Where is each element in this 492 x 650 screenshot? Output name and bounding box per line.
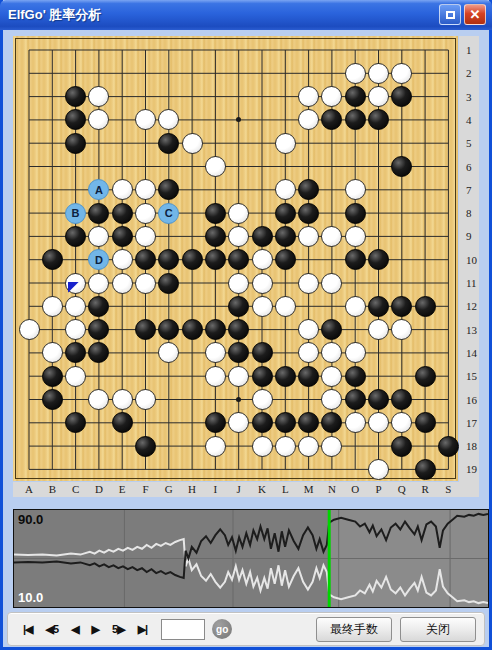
black-stone-C9 [65,226,86,247]
white-stone-K18 [252,436,273,457]
column-label-I: I [214,483,218,495]
white-stone-F9 [135,226,156,247]
black-stone-F13 [135,319,156,340]
white-stone-D11 [88,273,109,294]
black-stone-R15 [415,366,436,387]
black-stone-E17 [112,412,133,433]
white-stone-N15 [321,366,342,387]
black-stone-O8 [345,203,366,224]
black-stone-M15 [298,366,319,387]
column-labels-strip: ABCDEFGHIJKLMNOPQRS [13,482,479,497]
white-stone-M18 [298,436,319,457]
row-labels-strip: 12345678910111213141516171819 [459,36,479,497]
black-stone-E8 [112,203,133,224]
row-label-12: 12 [466,300,477,312]
row-label-5: 5 [466,137,472,149]
black-stone-K9 [252,226,273,247]
black-stone-B10 [42,249,63,270]
white-stone-E11 [112,273,133,294]
black-stone-D8 [88,203,109,224]
candidate-marker-B[interactable]: B [65,203,86,224]
go-button-label: go [216,624,228,635]
maximize-icon [446,11,455,19]
white-stone-F8 [135,203,156,224]
close-dialog-label: 关闭 [426,621,450,638]
white-stone-M9 [298,226,319,247]
white-stone-L18 [275,436,296,457]
column-label-H: H [188,483,196,495]
black-stone-F18 [135,436,156,457]
row-label-18: 18 [466,440,477,452]
white-stone-J8 [228,203,249,224]
row-label-10: 10 [466,254,477,266]
black-stone-L15 [275,366,296,387]
titlebar[interactable]: ElfGo' 胜率分析 ✕ [0,0,492,30]
window-title: ElfGo' 胜率分析 [0,6,101,24]
black-stone-O16 [345,389,366,410]
white-stone-O14 [345,342,366,363]
column-label-Q: Q [398,483,406,495]
white-stone-K16 [252,389,273,410]
white-stone-A13 [19,319,40,340]
black-stone-O10 [345,249,366,270]
white-stone-Q2 [391,63,412,84]
white-stone-B12 [42,296,63,317]
white-stone-L5 [275,133,296,154]
graph-low-label: 10.0 [18,590,43,605]
white-stone-O12 [345,296,366,317]
row-label-14: 14 [466,347,477,359]
row-label-17: 17 [466,417,477,429]
last-move-button[interactable]: ▶| [138,623,148,636]
white-stone-I6 [205,156,226,177]
white-stone-P13 [368,319,389,340]
go-button[interactable]: go [212,619,232,639]
white-stone-L12 [275,296,296,317]
go-board[interactable]: ABCD [13,36,458,481]
white-stone-P3 [368,86,389,107]
column-label-P: P [375,483,381,495]
black-stone-B15 [42,366,63,387]
row-label-7: 7 [466,184,472,196]
navigation-toolbar: |◀◀5◀▶5▶▶| go 最终手数 关闭 [7,612,485,646]
column-label-S: S [445,483,451,495]
white-stone-F16 [135,389,156,410]
close-button[interactable]: ✕ [464,4,486,25]
white-stone-C12 [65,296,86,317]
candidate-marker-C[interactable]: C [158,203,179,224]
white-stone-K10 [252,249,273,270]
white-stone-N18 [321,436,342,457]
column-label-F: F [142,483,148,495]
winrate-analysis-window: ElfGo' 胜率分析 ✕ ABCD ABCDEFGHIJKLMNOPQRS 1… [0,0,492,650]
black-stone-M8 [298,203,319,224]
white-stone-J15 [228,366,249,387]
maximize-button[interactable] [439,4,461,25]
back-1-button[interactable]: ◀ [71,623,78,636]
black-stone-B16 [42,389,63,410]
black-stone-K17 [252,412,273,433]
row-label-1: 1 [466,44,472,56]
black-stone-H13 [182,319,203,340]
graph-high-label: 90.0 [18,512,43,527]
white-stone-F11 [135,273,156,294]
move-number-input[interactable] [161,619,205,640]
white-stone-P19 [368,459,389,480]
white-stone-E7 [112,179,133,200]
white-stone-C15 [65,366,86,387]
black-stone-L8 [275,203,296,224]
black-stone-K14 [252,342,273,363]
column-label-M: M [304,483,314,495]
forward-5-button[interactable]: 5▶ [112,623,125,636]
black-stone-I13 [205,319,226,340]
row-label-9: 9 [466,230,472,242]
row-label-3: 3 [466,91,472,103]
black-stone-G5 [158,133,179,154]
column-label-E: E [119,483,126,495]
black-stone-H10 [182,249,203,270]
row-label-19: 19 [466,463,477,475]
row-label-6: 6 [466,161,472,173]
row-label-13: 13 [466,324,477,336]
row-label-11: 11 [466,277,477,289]
white-stone-I18 [205,436,226,457]
row-label-15: 15 [466,370,477,382]
close-icon: ✕ [470,7,481,22]
white-stone-O17 [345,412,366,433]
row-label-16: 16 [466,394,477,406]
black-stone-O15 [345,366,366,387]
white-stone-O9 [345,226,366,247]
white-stone-P2 [368,63,389,84]
black-stone-Q12 [391,296,412,317]
black-stone-I10 [205,249,226,270]
column-label-C: C [72,483,79,495]
column-label-G: G [165,483,173,495]
white-stone-N11 [321,273,342,294]
close-dialog-button[interactable]: 关闭 [400,617,476,642]
black-stone-L9 [275,226,296,247]
black-stone-I8 [205,203,226,224]
white-stone-J11 [228,273,249,294]
black-stone-L10 [275,249,296,270]
column-label-N: N [328,483,336,495]
forward-1-button[interactable]: ▶ [92,623,99,636]
column-label-B: B [49,483,56,495]
black-stone-R17 [415,412,436,433]
white-stone-K12 [252,296,273,317]
row-label-8: 8 [466,207,472,219]
white-stone-M11 [298,273,319,294]
white-stone-H5 [182,133,203,154]
winrate-curves [14,510,488,607]
white-stone-K11 [252,273,273,294]
black-stone-P12 [368,296,389,317]
black-stone-R19 [415,459,436,480]
column-label-K: K [258,483,266,495]
column-label-L: L [282,483,289,495]
white-stone-J9 [228,226,249,247]
black-stone-E9 [112,226,133,247]
black-stone-Q18 [391,436,412,457]
black-stone-P16 [368,389,389,410]
black-stone-O3 [345,86,366,107]
black-stone-S18 [438,436,459,457]
column-label-O: O [351,483,359,495]
column-label-R: R [421,483,428,495]
white-stone-L7 [275,179,296,200]
final-move-count-button[interactable]: 最终手数 [316,617,392,642]
winrate-graph[interactable]: 90.0 10.0 [13,509,489,608]
black-stone-J12 [228,296,249,317]
black-stone-I9 [205,226,226,247]
column-label-A: A [25,483,33,495]
white-stone-E16 [112,389,133,410]
black-stone-C5 [65,133,86,154]
white-stone-O2 [345,63,366,84]
black-stone-L17 [275,412,296,433]
final-move-count-label: 最终手数 [330,621,378,638]
column-label-J: J [237,483,241,495]
first-move-button[interactable]: |◀ [23,623,33,636]
black-stone-K15 [252,366,273,387]
column-label-D: D [95,483,103,495]
row-label-2: 2 [466,67,472,79]
back-5-button[interactable]: ◀5 [46,623,59,636]
black-stone-O4 [345,109,366,130]
black-stone-G11 [158,273,179,294]
white-stone-E10 [112,249,133,270]
white-stone-O7 [345,179,366,200]
row-label-4: 4 [466,114,472,126]
black-stone-R12 [415,296,436,317]
white-stone-I15 [205,366,226,387]
